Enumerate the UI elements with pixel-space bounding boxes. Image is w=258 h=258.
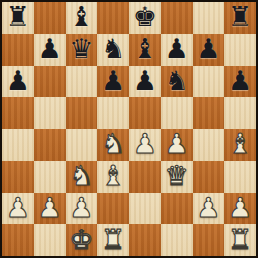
square-f3[interactable]: ♛	[161, 161, 193, 193]
piece-white-pawn[interactable]: ♟	[196, 193, 220, 223]
square-a1[interactable]	[2, 224, 34, 256]
square-g3[interactable]	[193, 161, 225, 193]
square-e2[interactable]	[129, 193, 161, 225]
piece-black-knight[interactable]: ♞	[165, 66, 189, 96]
square-f8[interactable]	[161, 2, 193, 34]
square-g4[interactable]	[193, 129, 225, 161]
square-e5[interactable]	[129, 97, 161, 129]
square-a8[interactable]: ♜	[2, 2, 34, 34]
square-d1[interactable]: ♜	[97, 224, 129, 256]
piece-black-bishop[interactable]: ♝	[133, 34, 157, 64]
square-g1[interactable]	[193, 224, 225, 256]
square-d7[interactable]: ♞	[97, 34, 129, 66]
square-h1[interactable]: ♜	[224, 224, 256, 256]
square-a5[interactable]	[2, 97, 34, 129]
piece-white-knight[interactable]: ♞	[101, 129, 125, 159]
piece-black-pawn[interactable]: ♟	[133, 66, 157, 96]
piece-black-pawn[interactable]: ♟	[228, 66, 252, 96]
square-f1[interactable]	[161, 224, 193, 256]
square-d4[interactable]: ♞	[97, 129, 129, 161]
square-d3[interactable]: ♝	[97, 161, 129, 193]
square-h4[interactable]: ♝	[224, 129, 256, 161]
square-e1[interactable]	[129, 224, 161, 256]
square-b4[interactable]	[34, 129, 66, 161]
square-c4[interactable]	[66, 129, 98, 161]
square-b3[interactable]	[34, 161, 66, 193]
square-a7[interactable]	[2, 34, 34, 66]
square-f7[interactable]: ♟	[161, 34, 193, 66]
square-f2[interactable]	[161, 193, 193, 225]
piece-white-bishop[interactable]: ♝	[228, 129, 252, 159]
square-b6[interactable]	[34, 66, 66, 98]
piece-white-bishop[interactable]: ♝	[101, 161, 125, 191]
square-d5[interactable]	[97, 97, 129, 129]
chess-board: ♜♝♚♜♟♛♞♝♟♟♟♟♟♞♟♞♟♟♝♞♝♛♟♟♟♟♟♚♜♜	[0, 0, 258, 258]
square-h2[interactable]: ♟	[224, 193, 256, 225]
piece-black-rook[interactable]: ♜	[228, 2, 252, 32]
square-a2[interactable]: ♟	[2, 193, 34, 225]
square-h8[interactable]: ♜	[224, 2, 256, 34]
piece-white-rook[interactable]: ♜	[101, 224, 125, 254]
square-h7[interactable]	[224, 34, 256, 66]
piece-black-queen[interactable]: ♛	[69, 34, 93, 64]
square-c5[interactable]	[66, 97, 98, 129]
piece-black-bishop[interactable]: ♝	[69, 2, 93, 32]
piece-black-pawn[interactable]: ♟	[38, 34, 62, 64]
piece-black-pawn[interactable]: ♟	[165, 34, 189, 64]
square-b5[interactable]	[34, 97, 66, 129]
piece-white-pawn[interactable]: ♟	[69, 193, 93, 223]
square-c1[interactable]: ♚	[66, 224, 98, 256]
square-c8[interactable]: ♝	[66, 2, 98, 34]
piece-white-rook[interactable]: ♜	[228, 224, 252, 254]
piece-black-knight[interactable]: ♞	[101, 34, 125, 64]
square-g5[interactable]	[193, 97, 225, 129]
square-c2[interactable]: ♟	[66, 193, 98, 225]
square-a6[interactable]: ♟	[2, 66, 34, 98]
square-g6[interactable]	[193, 66, 225, 98]
square-f6[interactable]: ♞	[161, 66, 193, 98]
square-c7[interactable]: ♛	[66, 34, 98, 66]
square-e3[interactable]	[129, 161, 161, 193]
piece-white-pawn[interactable]: ♟	[38, 193, 62, 223]
piece-white-knight[interactable]: ♞	[69, 161, 93, 191]
piece-white-pawn[interactable]: ♟	[165, 129, 189, 159]
square-h6[interactable]: ♟	[224, 66, 256, 98]
piece-black-pawn[interactable]: ♟	[101, 66, 125, 96]
square-g8[interactable]	[193, 2, 225, 34]
square-h3[interactable]	[224, 161, 256, 193]
square-e8[interactable]: ♚	[129, 2, 161, 34]
square-b7[interactable]: ♟	[34, 34, 66, 66]
piece-white-pawn[interactable]: ♟	[133, 129, 157, 159]
square-d6[interactable]: ♟	[97, 66, 129, 98]
piece-black-king[interactable]: ♚	[133, 2, 157, 32]
piece-black-pawn[interactable]: ♟	[196, 34, 220, 64]
square-c6[interactable]	[66, 66, 98, 98]
square-a3[interactable]	[2, 161, 34, 193]
square-c3[interactable]: ♞	[66, 161, 98, 193]
piece-black-rook[interactable]: ♜	[6, 2, 30, 32]
square-f4[interactable]: ♟	[161, 129, 193, 161]
piece-black-pawn[interactable]: ♟	[6, 66, 30, 96]
square-b8[interactable]	[34, 2, 66, 34]
square-a4[interactable]	[2, 129, 34, 161]
square-b1[interactable]	[34, 224, 66, 256]
square-b2[interactable]: ♟	[34, 193, 66, 225]
square-f5[interactable]	[161, 97, 193, 129]
square-d8[interactable]	[97, 2, 129, 34]
piece-white-king[interactable]: ♚	[69, 224, 93, 254]
square-e4[interactable]: ♟	[129, 129, 161, 161]
chess-diagram: ♜♝♚♜♟♛♞♝♟♟♟♟♟♞♟♞♟♟♝♞♝♛♟♟♟♟♟♚♜♜	[0, 0, 258, 258]
square-e7[interactable]: ♝	[129, 34, 161, 66]
piece-white-queen[interactable]: ♛	[165, 161, 189, 191]
square-e6[interactable]: ♟	[129, 66, 161, 98]
square-g7[interactable]: ♟	[193, 34, 225, 66]
piece-white-pawn[interactable]: ♟	[228, 193, 252, 223]
square-h5[interactable]	[224, 97, 256, 129]
square-d2[interactable]	[97, 193, 129, 225]
square-g2[interactable]: ♟	[193, 193, 225, 225]
piece-white-pawn[interactable]: ♟	[6, 193, 30, 223]
